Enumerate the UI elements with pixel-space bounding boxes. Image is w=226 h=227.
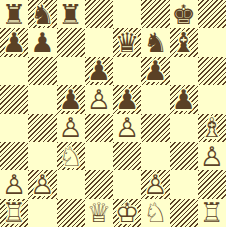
square-d5[interactable]: ♟♙ [85, 85, 113, 113]
square-g4[interactable] [170, 114, 198, 142]
square-h5[interactable] [198, 85, 226, 113]
white-pawn-icon: ♟♙ [198, 142, 226, 170]
square-c3[interactable]: ♞♘ [57, 142, 85, 170]
square-g1[interactable] [170, 199, 198, 227]
square-a4[interactable] [0, 114, 28, 142]
white-rook-icon: ♜♖ [0, 199, 28, 227]
white-pawn-icon: ♟♙ [141, 170, 169, 198]
piece-outline-layer: ♘ [59, 143, 83, 170]
square-e4[interactable]: ♟♙ [113, 114, 141, 142]
piece-outline-layer: ♕ [87, 199, 111, 226]
square-c5[interactable]: ♟ [57, 85, 85, 113]
square-b7[interactable]: ♟ [28, 28, 56, 56]
square-f4[interactable] [141, 114, 169, 142]
white-knight-icon: ♞♘ [57, 142, 85, 170]
chess-board: ♜♞♜♚♟♟♛♞♝♟♟♟♟♙♟♟♟♙♟♙♝♗♞♘♟♙♟♙♟♙♟♙♜♖♛♕♚♔♞♘… [0, 0, 226, 227]
square-d3[interactable] [85, 142, 113, 170]
square-g6[interactable] [170, 57, 198, 85]
black-queen-icon: ♛ [113, 28, 141, 56]
piece-outline-layer: ♙ [115, 114, 139, 141]
square-a3[interactable] [0, 142, 28, 170]
square-d6[interactable]: ♟ [85, 57, 113, 85]
square-f7[interactable]: ♞ [141, 28, 169, 56]
square-e5[interactable]: ♟ [113, 85, 141, 113]
square-c2[interactable] [57, 170, 85, 198]
square-a8[interactable]: ♜ [0, 0, 28, 28]
square-h1[interactable]: ♜♖ [198, 199, 226, 227]
square-b3[interactable] [28, 142, 56, 170]
piece-outline-layer: ♙ [87, 86, 111, 113]
square-b2[interactable]: ♟♙ [28, 170, 56, 198]
piece-outline-layer: ♘ [143, 199, 167, 226]
square-a6[interactable] [0, 57, 28, 85]
square-g5[interactable]: ♟ [170, 85, 198, 113]
square-d8[interactable] [85, 0, 113, 28]
square-d4[interactable] [85, 114, 113, 142]
black-pawn-icon: ♟ [57, 85, 85, 113]
white-king-icon: ♚♔ [113, 199, 141, 227]
square-c8[interactable]: ♜ [57, 0, 85, 28]
square-a1[interactable]: ♜♖ [0, 199, 28, 227]
square-g2[interactable] [170, 170, 198, 198]
square-h8[interactable] [198, 0, 226, 28]
piece-outline-layer: ♗ [200, 114, 224, 141]
square-f1[interactable]: ♞♘ [141, 199, 169, 227]
white-rook-icon: ♜♖ [198, 199, 226, 227]
square-c1[interactable] [57, 199, 85, 227]
white-queen-icon: ♛♕ [85, 199, 113, 227]
square-f6[interactable]: ♟ [141, 57, 169, 85]
black-pawn-icon: ♟ [141, 57, 169, 85]
black-knight-icon: ♞ [141, 28, 169, 56]
square-b8[interactable]: ♞ [28, 0, 56, 28]
white-pawn-icon: ♟♙ [57, 114, 85, 142]
white-pawn-icon: ♟♙ [28, 170, 56, 198]
white-knight-icon: ♞♘ [141, 199, 169, 227]
square-e1[interactable]: ♚♔ [113, 199, 141, 227]
square-f5[interactable] [141, 85, 169, 113]
white-pawn-icon: ♟♙ [0, 170, 28, 198]
square-b1[interactable] [28, 199, 56, 227]
piece-outline-layer: ♙ [30, 171, 54, 198]
piece-outline-layer: ♙ [59, 114, 83, 141]
black-pawn-icon: ♟ [170, 85, 198, 113]
square-c6[interactable] [57, 57, 85, 85]
white-bishop-icon: ♝♗ [198, 114, 226, 142]
square-c7[interactable] [57, 28, 85, 56]
square-h4[interactable]: ♝♗ [198, 114, 226, 142]
square-a5[interactable] [0, 85, 28, 113]
piece-outline-layer: ♖ [2, 199, 26, 226]
black-pawn-icon: ♟ [28, 28, 56, 56]
square-e7[interactable]: ♛ [113, 28, 141, 56]
piece-outline-layer: ♔ [115, 199, 139, 226]
square-h3[interactable]: ♟♙ [198, 142, 226, 170]
square-a2[interactable]: ♟♙ [0, 170, 28, 198]
square-e3[interactable] [113, 142, 141, 170]
black-knight-icon: ♞ [28, 0, 56, 28]
square-h6[interactable] [198, 57, 226, 85]
piece-outline-layer: ♙ [200, 143, 224, 170]
white-pawn-icon: ♟♙ [85, 85, 113, 113]
square-e2[interactable] [113, 170, 141, 198]
black-bishop-icon: ♝ [170, 28, 198, 56]
square-b6[interactable] [28, 57, 56, 85]
black-pawn-icon: ♟ [0, 28, 28, 56]
black-king-icon: ♚ [170, 0, 198, 28]
square-d7[interactable] [85, 28, 113, 56]
square-h7[interactable] [198, 28, 226, 56]
piece-outline-layer: ♙ [143, 171, 167, 198]
square-f2[interactable]: ♟♙ [141, 170, 169, 198]
square-c4[interactable]: ♟♙ [57, 114, 85, 142]
square-g3[interactable] [170, 142, 198, 170]
black-rook-icon: ♜ [57, 0, 85, 28]
piece-outline-layer: ♖ [200, 199, 224, 226]
square-a7[interactable]: ♟ [0, 28, 28, 56]
square-b5[interactable] [28, 85, 56, 113]
piece-outline-layer: ♙ [2, 171, 26, 198]
square-e8[interactable] [113, 0, 141, 28]
square-g8[interactable]: ♚ [170, 0, 198, 28]
black-rook-icon: ♜ [0, 0, 28, 28]
square-h2[interactable] [198, 170, 226, 198]
square-f3[interactable] [141, 142, 169, 170]
square-g7[interactable]: ♝ [170, 28, 198, 56]
square-b4[interactable] [28, 114, 56, 142]
square-d1[interactable]: ♛♕ [85, 199, 113, 227]
black-pawn-icon: ♟ [85, 57, 113, 85]
white-pawn-icon: ♟♙ [113, 114, 141, 142]
square-f8[interactable] [141, 0, 169, 28]
square-e6[interactable] [113, 57, 141, 85]
square-d2[interactable] [85, 170, 113, 198]
black-pawn-icon: ♟ [113, 85, 141, 113]
